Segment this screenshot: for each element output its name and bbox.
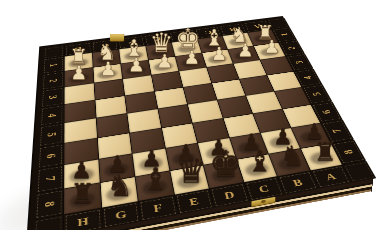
scene: HGFEDCBA1♜♞♝♛♚♝♞♜12♟♟♟♟♟♟♟♟2334455667♟♟♟…: [0, 0, 376, 230]
rank-label-left-1: 1: [43, 56, 64, 73]
file-label-bottom-H: H: [64, 208, 102, 230]
piece-white-pawn: ♟: [123, 56, 150, 75]
piece-black-rook: ♜: [65, 179, 101, 207]
chessboard: HGFEDCBA1♜♞♝♛♚♝♞♜12♟♟♟♟♟♟♟♟2334455667♟♟♟…: [26, 16, 375, 230]
frame-corner: [34, 215, 64, 230]
square-g8: ♞: [100, 177, 138, 208]
piece-black-knight: ♞: [276, 143, 309, 171]
square-h5: [64, 118, 96, 142]
coordinate-label: 6: [33, 145, 67, 167]
product-photo: HGFEDCBA1♜♞♝♛♚♝♞♜12♟♟♟♟♟♟♟♟2334455667♟♟♟…: [0, 0, 376, 230]
piece-white-pawn: ♟: [65, 63, 93, 82]
square-h2: ♟: [65, 68, 94, 87]
piece-white-pawn: ♟: [94, 60, 122, 79]
piece-white-pawn: ♟: [151, 52, 178, 71]
piece-black-bishop: ♝: [138, 164, 173, 194]
square-c4: [212, 79, 246, 99]
coordinate-label: 4: [36, 106, 67, 124]
piece-black-bishop: ♝: [242, 147, 276, 176]
coordinate-label: 2: [38, 73, 67, 89]
piece-white-pawn: ♟: [232, 41, 258, 59]
piece-white-pawn: ♟: [259, 38, 285, 56]
piece-black-queen: ♛: [174, 153, 208, 188]
rank-label-left-3: 3: [41, 87, 64, 107]
coordinate-label: 8: [30, 191, 67, 217]
square-e5: [158, 105, 192, 128]
piece-black-knight: ♞: [102, 172, 137, 201]
coordinate-label: 3: [37, 89, 67, 106]
square-c8: ♝: [237, 154, 277, 182]
piece-black-king: ♚: [209, 145, 243, 182]
rank-label-left-4: 4: [40, 105, 64, 127]
coordinate-label: 5: [35, 125, 68, 145]
clasp-pin-icon: [261, 200, 266, 204]
square-h3: [65, 83, 95, 104]
coordinate-label: 4: [292, 70, 325, 86]
square-h4: [64, 100, 95, 122]
piece-white-pawn: ♟: [206, 45, 233, 63]
coordinate-label: H: [64, 208, 102, 230]
piece-black-rook: ♜: [308, 139, 341, 165]
brass-clasp: [251, 196, 274, 207]
piece-white-pawn: ♟: [179, 48, 206, 67]
square-d4: [183, 83, 216, 104]
coordinate-label: 7: [32, 167, 68, 191]
square-f5: [127, 109, 160, 132]
coordinate-label: 3: [284, 55, 315, 70]
coordinate-label: 1: [39, 58, 67, 73]
square-g5: [96, 114, 129, 138]
rank-label-right-5: 5: [302, 84, 332, 104]
